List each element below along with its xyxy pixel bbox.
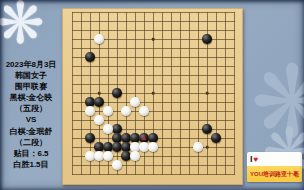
go-board[interactable] xyxy=(62,8,243,185)
match-info-panel: 2023年8月3日 韩国女子 围甲联赛 黑棋:金仑映 （五段） VS 白棋:金珉… xyxy=(0,60,62,169)
black-stone[interactable] xyxy=(112,88,122,98)
match-event-line2: 围甲联赛 xyxy=(15,82,47,92)
white-stone[interactable] xyxy=(139,106,149,116)
stone-grid[interactable] xyxy=(68,8,239,179)
match-date: 2023年8月3日 xyxy=(6,60,57,70)
watermark-logo: I ♥ YOU培训路亚十亳 xyxy=(247,152,302,182)
logo-line1: I ♥ xyxy=(247,152,302,166)
white-stone[interactable] xyxy=(130,97,140,107)
white-stone[interactable] xyxy=(103,106,113,116)
match-event-line1: 韩国女子 xyxy=(15,71,47,81)
white-stone[interactable] xyxy=(130,151,140,161)
heart-icon: ♥ xyxy=(254,155,259,164)
white-stone[interactable] xyxy=(85,106,95,116)
vs-label: VS xyxy=(26,115,37,125)
black-stone[interactable] xyxy=(85,133,95,143)
result-label: 白胜1.5目 xyxy=(13,160,48,170)
white-player-name: 白棋:金珉舒 xyxy=(10,127,53,137)
flower-decoration-top-left: ❋ xyxy=(0,0,45,52)
white-stone[interactable] xyxy=(94,34,104,44)
white-stone[interactable] xyxy=(121,106,131,116)
white-stone[interactable] xyxy=(94,115,104,125)
white-stone[interactable] xyxy=(148,142,158,152)
black-stone[interactable] xyxy=(202,34,212,44)
black-stone[interactable] xyxy=(94,97,104,107)
komi-label: 贴目：6.5 xyxy=(13,149,48,159)
white-player-rank: （二段） xyxy=(15,138,47,148)
last-move-marker-icon xyxy=(142,136,146,140)
black-stone[interactable] xyxy=(85,52,95,62)
white-stone[interactable] xyxy=(103,151,113,161)
logo-line2: YOU培训路亚十亳 xyxy=(247,166,302,182)
white-stone[interactable] xyxy=(193,142,203,152)
white-stone[interactable] xyxy=(112,160,122,170)
black-player-name: 黑棋:金仑映 xyxy=(10,93,53,103)
black-stone[interactable] xyxy=(211,133,221,143)
black-stone[interactable] xyxy=(202,124,212,134)
screenshot-stage: ❋ ❋ ❋ 2023年8月3日 韩国女子 围甲联赛 黑棋:金仑映 （五段） VS… xyxy=(0,0,304,190)
logo-i-text: I xyxy=(250,154,253,164)
white-stone[interactable] xyxy=(103,124,113,134)
black-player-rank: （五段） xyxy=(15,104,47,114)
